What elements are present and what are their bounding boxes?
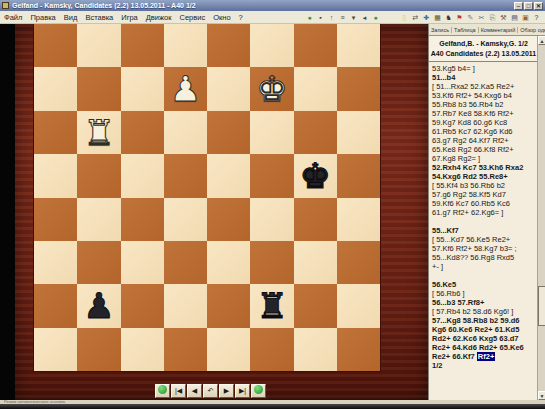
square-a3[interactable]	[34, 241, 77, 284]
scroll-down-icon[interactable]: ▼	[538, 391, 545, 400]
black-king[interactable]: ♚	[294, 154, 337, 197]
square-b3[interactable]	[77, 241, 120, 284]
square-e5[interactable]	[207, 154, 250, 197]
toolbar-icon-group: ▯⇄✚▦♞⚑✎✂⎘⚒▤▣?	[400, 13, 541, 22]
menu-icon-group: ●▪↑≡▾◂●	[305, 13, 380, 22]
board-grid: ♟♚♜♚♟♜	[33, 24, 381, 372]
white-pawn[interactable]: ♟	[164, 67, 207, 110]
step-icon[interactable]: ▪	[316, 13, 325, 22]
square-g7[interactable]	[294, 67, 337, 110]
square-c5[interactable]	[121, 154, 164, 197]
square-d5[interactable]	[164, 154, 207, 197]
square-d3[interactable]	[164, 241, 207, 284]
game-players: Gelfand,B. - Kamsky,G. 1/2	[429, 39, 538, 49]
go-start-button[interactable]: |◀	[171, 384, 186, 398]
scrollbar[interactable]: ▲ ▼	[537, 36, 545, 400]
square-g6[interactable]	[294, 111, 337, 154]
square-a1[interactable]	[34, 328, 77, 371]
move-line[interactable]: 1/2	[429, 361, 538, 370]
black-rook[interactable]: ♜	[250, 284, 293, 327]
app-icon	[2, 2, 9, 9]
tab-Обзор одного[interactable]: Обзор одного	[518, 27, 545, 33]
square-d8[interactable]	[164, 24, 207, 67]
square-h4[interactable]	[337, 198, 380, 241]
knight-icon[interactable]: ♞	[444, 13, 453, 22]
grid-icon[interactable]: ▤	[510, 13, 519, 22]
play-button[interactable]	[251, 384, 266, 398]
game-event: A40 Candidates (2.2) 13.05.2011	[429, 49, 538, 59]
book-icon[interactable]: ▣	[521, 13, 530, 22]
square-f1[interactable]	[250, 328, 293, 371]
move-line[interactable]: Rd2+ 62.Kc6 Kxg5 63.d7	[429, 334, 538, 343]
save-icon[interactable]: ▦	[433, 13, 442, 22]
menu-item[interactable]: Правка	[26, 13, 59, 22]
cut-icon[interactable]: ✂	[477, 13, 486, 22]
move-line[interactable]	[429, 271, 538, 280]
menu-item[interactable]: Вид	[60, 13, 82, 22]
menu-item[interactable]: Файл	[0, 13, 26, 22]
record-icon[interactable]: ●	[305, 13, 314, 22]
square-b6[interactable]: ♜	[77, 111, 120, 154]
square-c6[interactable]	[121, 111, 164, 154]
move-line[interactable]: [ 51...Rxa2 52.Ka5 Re2+	[429, 82, 538, 91]
square-c2[interactable]	[121, 284, 164, 327]
square-c4[interactable]	[121, 198, 164, 241]
current-move[interactable]: Rf2+	[477, 352, 495, 361]
move-line[interactable]: 57.g6 Rg2 58.Kf5 Kd7	[429, 190, 538, 199]
list-icon[interactable]: ≡	[338, 13, 347, 22]
menu-item[interactable]: Движок	[142, 13, 176, 22]
square-h2[interactable]	[337, 284, 380, 327]
window-controls: – □ ✕	[514, 2, 543, 10]
move-line[interactable]: 51...b4	[429, 73, 538, 82]
add-icon[interactable]: ✚	[422, 13, 431, 22]
square-a7[interactable]	[34, 67, 77, 110]
edit-icon[interactable]: ✎	[466, 13, 475, 22]
move-line[interactable]: 61.g7 Rf2+ 62.Kg6= ]	[429, 208, 538, 217]
square-c8[interactable]	[121, 24, 164, 67]
move-line[interactable]: 53.Kg5 b4= ]	[429, 64, 538, 73]
back-button[interactable]: ◀	[187, 384, 202, 398]
square-g2[interactable]	[294, 284, 337, 327]
game-header: Gelfand,B. - Kamsky,G. 1/2 A40 Candidate…	[429, 36, 538, 62]
move-line[interactable]: 63.g7 Rg2 64.Kf7 Rf2+	[429, 136, 538, 145]
square-d1[interactable]	[164, 328, 207, 371]
menu-item[interactable]: Вставка	[81, 13, 117, 22]
engine-button[interactable]	[155, 384, 170, 398]
square-b1[interactable]	[77, 328, 120, 371]
menu-item[interactable]: ?	[235, 13, 247, 22]
square-f4[interactable]	[250, 198, 293, 241]
window-title: Gelfand - Kamsky, Candidates (2.2) 13.05…	[12, 2, 196, 9]
square-e7[interactable]	[207, 67, 250, 110]
chessbase-window: Gelfand - Kamsky, Candidates (2.2) 13.05…	[0, 0, 545, 409]
square-a8[interactable]	[34, 24, 77, 67]
tab-Комментарий[interactable]: Комментарий	[479, 27, 519, 33]
square-a2[interactable]	[34, 284, 77, 327]
move-line[interactable]: 55...Kd8?? 56.Rg8 Rxd5	[429, 253, 538, 262]
square-g5[interactable]: ♚	[294, 154, 337, 197]
square-e4[interactable]	[207, 198, 250, 241]
square-g8[interactable]	[294, 24, 337, 67]
white-rook[interactable]: ♜	[77, 111, 120, 154]
move-line[interactable]: 56...b3 57.Rf8+	[429, 298, 538, 307]
help-icon[interactable]: ?	[532, 13, 541, 22]
menu-item[interactable]: Сервис	[175, 13, 209, 22]
move-line[interactable]: Re2+ 66.Kf7 Rf2+	[429, 352, 538, 361]
square-d7[interactable]: ♟	[164, 67, 207, 110]
title-bar: Gelfand - Kamsky, Candidates (2.2) 13.05…	[0, 0, 545, 11]
tab-Запись[interactable]: Запись	[429, 27, 452, 33]
square-e6[interactable]	[207, 111, 250, 154]
square-a5[interactable]	[34, 154, 77, 197]
square-h1[interactable]	[337, 328, 380, 371]
minimize-button[interactable]: –	[514, 2, 523, 10]
notation-panel: ЗаписьТаблицаКомментарийОбзор одногоПарт…	[428, 24, 545, 400]
square-e8[interactable]	[207, 24, 250, 67]
close-button[interactable]: ✕	[534, 2, 543, 10]
square-d6[interactable]	[164, 111, 207, 154]
move-line[interactable]: 53.Kf6 Rf2+ 54.Kxg6 b4	[429, 91, 538, 100]
square-h7[interactable]	[337, 67, 380, 110]
panel-tabs: ЗаписьТаблицаКомментарийОбзор одногоПарт…	[429, 24, 545, 36]
square-e3[interactable]	[207, 241, 250, 284]
scroll-up-icon[interactable]: ▲	[538, 36, 545, 45]
move-line[interactable]: [ 55.Kf4 b3 56.Rb6 b2	[429, 181, 538, 190]
move-line[interactable]: 57...Kg8 58.Rb8 b2 59.d6	[429, 316, 538, 325]
move-line[interactable]: Rc2+ 64.Kd6 Rd2+ 65.Ke6	[429, 343, 538, 352]
move-line[interactable]	[429, 217, 538, 226]
square-f6[interactable]	[250, 111, 293, 154]
square-b8[interactable]	[77, 24, 120, 67]
tab-Таблица[interactable]: Таблица	[452, 27, 479, 33]
square-h5[interactable]	[337, 154, 380, 197]
move-line[interactable]: 61.Rb5 Kc7 62.Kg6 Kd6	[429, 127, 538, 136]
menu-item[interactable]: Игра	[117, 13, 141, 22]
menu-items: ФайлПравкаВидВставкаИграДвижокСервисОкно…	[0, 13, 247, 22]
square-b2[interactable]: ♟	[77, 284, 120, 327]
move-line[interactable]: [ 57.Rb4 b2 58.d6 Kg6! ]	[429, 307, 538, 316]
move-line[interactable]: [ 55...Kd7 56.Ke5 Re2+	[429, 235, 538, 244]
move-line[interactable]: 67.Kg8 Rg2= ]	[429, 154, 538, 163]
dropdown-icon[interactable]: ▾	[349, 13, 358, 22]
square-a6[interactable]	[34, 111, 77, 154]
white-king[interactable]: ♚	[250, 67, 293, 110]
board-window: ♟♚♜♚♟♜ |◀◀↶▶▶|	[15, 24, 428, 400]
menu-item[interactable]: Окно	[209, 13, 234, 22]
moves-list: 53.Kg5 b4= ]51...b4[ 51...Rxa2 52.Ka5 Re…	[429, 62, 538, 400]
square-e2[interactable]	[207, 284, 250, 327]
move-line[interactable]: 59.Kf6 Kc7 60.Rb5 Kc6	[429, 199, 538, 208]
square-c1[interactable]	[121, 328, 164, 371]
up-icon[interactable]: ↑	[327, 13, 336, 22]
takeback-button[interactable]: ↶	[203, 384, 218, 398]
back-icon[interactable]: ◂	[360, 13, 369, 22]
move-line[interactable]: 65.Ke8 Rg2 66.Kf8 Rf2+	[429, 145, 538, 154]
move-line[interactable]: 54.Kxg6 Rd2 55.Re8+	[429, 172, 538, 181]
square-b7[interactable]	[77, 67, 120, 110]
square-g3[interactable]	[294, 241, 337, 284]
swap-icon[interactable]: ⇄	[411, 13, 420, 22]
move-line[interactable]: 55...Kf7	[429, 226, 538, 235]
square-f3[interactable]	[250, 241, 293, 284]
square-h3[interactable]	[337, 241, 380, 284]
board-nav-toolbar: |◀◀↶▶▶|	[155, 384, 266, 398]
go-end-button[interactable]: ▶|	[235, 384, 250, 398]
move-line[interactable]: 56.Ke5	[429, 280, 538, 289]
bottom-bar	[0, 404, 545, 409]
square-e1[interactable]	[207, 328, 250, 371]
square-f7[interactable]: ♚	[250, 67, 293, 110]
square-d4[interactable]	[164, 198, 207, 241]
move-line[interactable]: Kg6 60.Ke6 Re2+ 61.Kd5	[429, 325, 538, 334]
square-h8[interactable]	[337, 24, 380, 67]
square-d2[interactable]	[164, 284, 207, 327]
scroll-thumb[interactable]	[538, 286, 545, 326]
move-line[interactable]: 57.Kf6 Rf2+ 58.Kg7 b3= ;	[429, 244, 538, 253]
move-line[interactable]: +- ]	[429, 262, 538, 271]
move-line[interactable]: 52.Rxh4 Kc7 53.Kh6 Rxa2	[429, 163, 538, 172]
square-c7[interactable]	[121, 67, 164, 110]
main-area: ♟♚♜♚♟♜ |◀◀↶▶▶| ЗаписьТаблицаКомментарийО…	[0, 24, 545, 400]
black-pawn[interactable]: ♟	[77, 284, 120, 327]
new-board-icon[interactable]: ▯	[400, 13, 409, 22]
copy-icon[interactable]: ⎘	[488, 13, 497, 22]
square-f5[interactable]	[250, 154, 293, 197]
square-b5[interactable]	[77, 154, 120, 197]
square-g1[interactable]	[294, 328, 337, 371]
square-g4[interactable]	[294, 198, 337, 241]
menu-bar: ФайлПравкаВидВставкаИграДвижокСервисОкно…	[0, 11, 545, 24]
square-a4[interactable]	[34, 198, 77, 241]
move-line[interactable]: 57.Rb7 Ke8 58.Kf6 Rf2+	[429, 109, 538, 118]
square-f8[interactable]	[250, 24, 293, 67]
square-c3[interactable]	[121, 241, 164, 284]
square-b4[interactable]	[77, 198, 120, 241]
square-h6[interactable]	[337, 111, 380, 154]
move-line[interactable]: [ 56.Rb6 ]	[429, 289, 538, 298]
wrench-icon[interactable]: ⚒	[499, 13, 508, 22]
restore-button[interactable]: □	[524, 2, 533, 10]
play-icon[interactable]: ●	[371, 13, 380, 22]
move-line[interactable]: 55.Rb8 b3 56.Rb4 b2	[429, 100, 538, 109]
flag-icon[interactable]: ⚑	[455, 13, 464, 22]
square-f2[interactable]: ♜	[250, 284, 293, 327]
move-line[interactable]: 59.Kg7 Kd8 60.g6 Kc8	[429, 118, 538, 127]
forward-button[interactable]: ▶	[219, 384, 234, 398]
